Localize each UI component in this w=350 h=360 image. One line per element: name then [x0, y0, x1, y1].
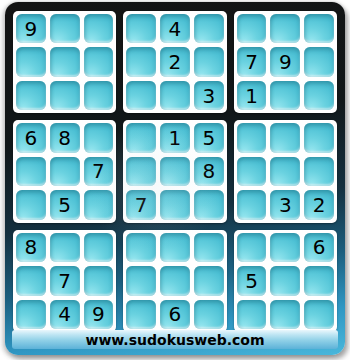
cell-r2c2[interactable] — [50, 47, 80, 76]
cell-r9c9[interactable] — [304, 300, 334, 329]
cell-r2c3[interactable] — [84, 47, 114, 76]
cell-r9c2[interactable]: 4 — [50, 300, 80, 329]
cell-r2c8[interactable]: 9 — [270, 47, 300, 76]
cell-r1c2[interactable] — [50, 14, 80, 43]
cell-r1c8[interactable] — [270, 14, 300, 43]
cell-r5c7[interactable] — [237, 157, 267, 186]
cell-r9c3[interactable]: 9 — [84, 300, 114, 329]
cell-r6c7[interactable] — [237, 190, 267, 219]
sudoku-grid: 942379168751587328749665 — [13, 11, 337, 332]
sudoku-box-6: 32 — [234, 120, 337, 222]
cell-r7c9[interactable]: 6 — [304, 233, 334, 262]
footer-url-text: www.sudokusweb.com — [85, 332, 264, 348]
cell-r8c9[interactable] — [304, 266, 334, 295]
cell-r8c1[interactable] — [16, 266, 46, 295]
cell-r4c1[interactable]: 6 — [16, 123, 46, 152]
cell-r2c6[interactable] — [194, 47, 224, 76]
cell-r7c3[interactable] — [84, 233, 114, 262]
cell-r6c6[interactable] — [194, 190, 224, 219]
cell-r8c8[interactable] — [270, 266, 300, 295]
cell-r4c9[interactable] — [304, 123, 334, 152]
cell-r4c4[interactable] — [126, 123, 156, 152]
cell-r6c9[interactable]: 2 — [304, 190, 334, 219]
cell-r6c2[interactable]: 5 — [50, 190, 80, 219]
sudoku-box-2: 423 — [123, 11, 226, 113]
cell-r7c1[interactable]: 8 — [16, 233, 46, 262]
cell-r7c2[interactable] — [50, 233, 80, 262]
cell-r5c2[interactable] — [50, 157, 80, 186]
cell-r8c6[interactable] — [194, 266, 224, 295]
cell-r1c4[interactable] — [126, 14, 156, 43]
cell-r1c7[interactable] — [237, 14, 267, 43]
cell-r9c7[interactable] — [237, 300, 267, 329]
cell-r9c5[interactable]: 6 — [160, 300, 190, 329]
cell-r3c7[interactable]: 1 — [237, 81, 267, 110]
cell-r4c8[interactable] — [270, 123, 300, 152]
cell-r5c1[interactable] — [16, 157, 46, 186]
cell-r4c5[interactable]: 1 — [160, 123, 190, 152]
cell-r6c8[interactable]: 3 — [270, 190, 300, 219]
cell-r4c6[interactable]: 5 — [194, 123, 224, 152]
cell-r3c1[interactable] — [16, 81, 46, 110]
cell-r2c7[interactable]: 7 — [237, 47, 267, 76]
cell-r3c4[interactable] — [126, 81, 156, 110]
sudoku-box-5: 1587 — [123, 120, 226, 222]
cell-r5c6[interactable]: 8 — [194, 157, 224, 186]
cell-r3c8[interactable] — [270, 81, 300, 110]
cell-r8c3[interactable] — [84, 266, 114, 295]
sudoku-box-3: 791 — [234, 11, 337, 113]
cell-r1c1[interactable]: 9 — [16, 14, 46, 43]
cell-r6c4[interactable]: 7 — [126, 190, 156, 219]
cell-r4c7[interactable] — [237, 123, 267, 152]
sudoku-box-4: 6875 — [13, 120, 116, 222]
cell-r7c6[interactable] — [194, 233, 224, 262]
sudoku-box-1: 9 — [13, 11, 116, 113]
footer-url-bar: www.sudokusweb.com — [12, 330, 338, 349]
cell-r2c1[interactable] — [16, 47, 46, 76]
cell-r8c5[interactable] — [160, 266, 190, 295]
cell-r8c4[interactable] — [126, 266, 156, 295]
cell-r8c7[interactable]: 5 — [237, 266, 267, 295]
cell-r3c5[interactable] — [160, 81, 190, 110]
cell-r5c5[interactable] — [160, 157, 190, 186]
cell-r5c9[interactable] — [304, 157, 334, 186]
cell-r2c5[interactable]: 2 — [160, 47, 190, 76]
cell-r7c7[interactable] — [237, 233, 267, 262]
cell-r6c3[interactable] — [84, 190, 114, 219]
sudoku-board-frame: 942379168751587328749665 www.sudokusweb.… — [5, 2, 345, 355]
cell-r6c1[interactable] — [16, 190, 46, 219]
cell-r7c8[interactable] — [270, 233, 300, 262]
cell-r1c9[interactable] — [304, 14, 334, 43]
cell-r7c4[interactable] — [126, 233, 156, 262]
cell-r8c2[interactable]: 7 — [50, 266, 80, 295]
cell-r3c2[interactable] — [50, 81, 80, 110]
cell-r3c6[interactable]: 3 — [194, 81, 224, 110]
cell-r3c3[interactable] — [84, 81, 114, 110]
cell-r9c4[interactable] — [126, 300, 156, 329]
cell-r5c8[interactable] — [270, 157, 300, 186]
cell-r9c1[interactable] — [16, 300, 46, 329]
cell-r5c3[interactable]: 7 — [84, 157, 114, 186]
cell-r3c9[interactable] — [304, 81, 334, 110]
cell-r9c8[interactable] — [270, 300, 300, 329]
cell-r1c5[interactable]: 4 — [160, 14, 190, 43]
cell-r1c3[interactable] — [84, 14, 114, 43]
cell-r4c2[interactable]: 8 — [50, 123, 80, 152]
sudoku-box-9: 65 — [234, 230, 337, 332]
cell-r2c9[interactable] — [304, 47, 334, 76]
sudoku-box-7: 8749 — [13, 230, 116, 332]
cell-r7c5[interactable] — [160, 233, 190, 262]
sudoku-box-8: 6 — [123, 230, 226, 332]
cell-r2c4[interactable] — [126, 47, 156, 76]
cell-r4c3[interactable] — [84, 123, 114, 152]
cell-r9c6[interactable] — [194, 300, 224, 329]
cell-r6c5[interactable] — [160, 190, 190, 219]
cell-r1c6[interactable] — [194, 14, 224, 43]
cell-r5c4[interactable] — [126, 157, 156, 186]
